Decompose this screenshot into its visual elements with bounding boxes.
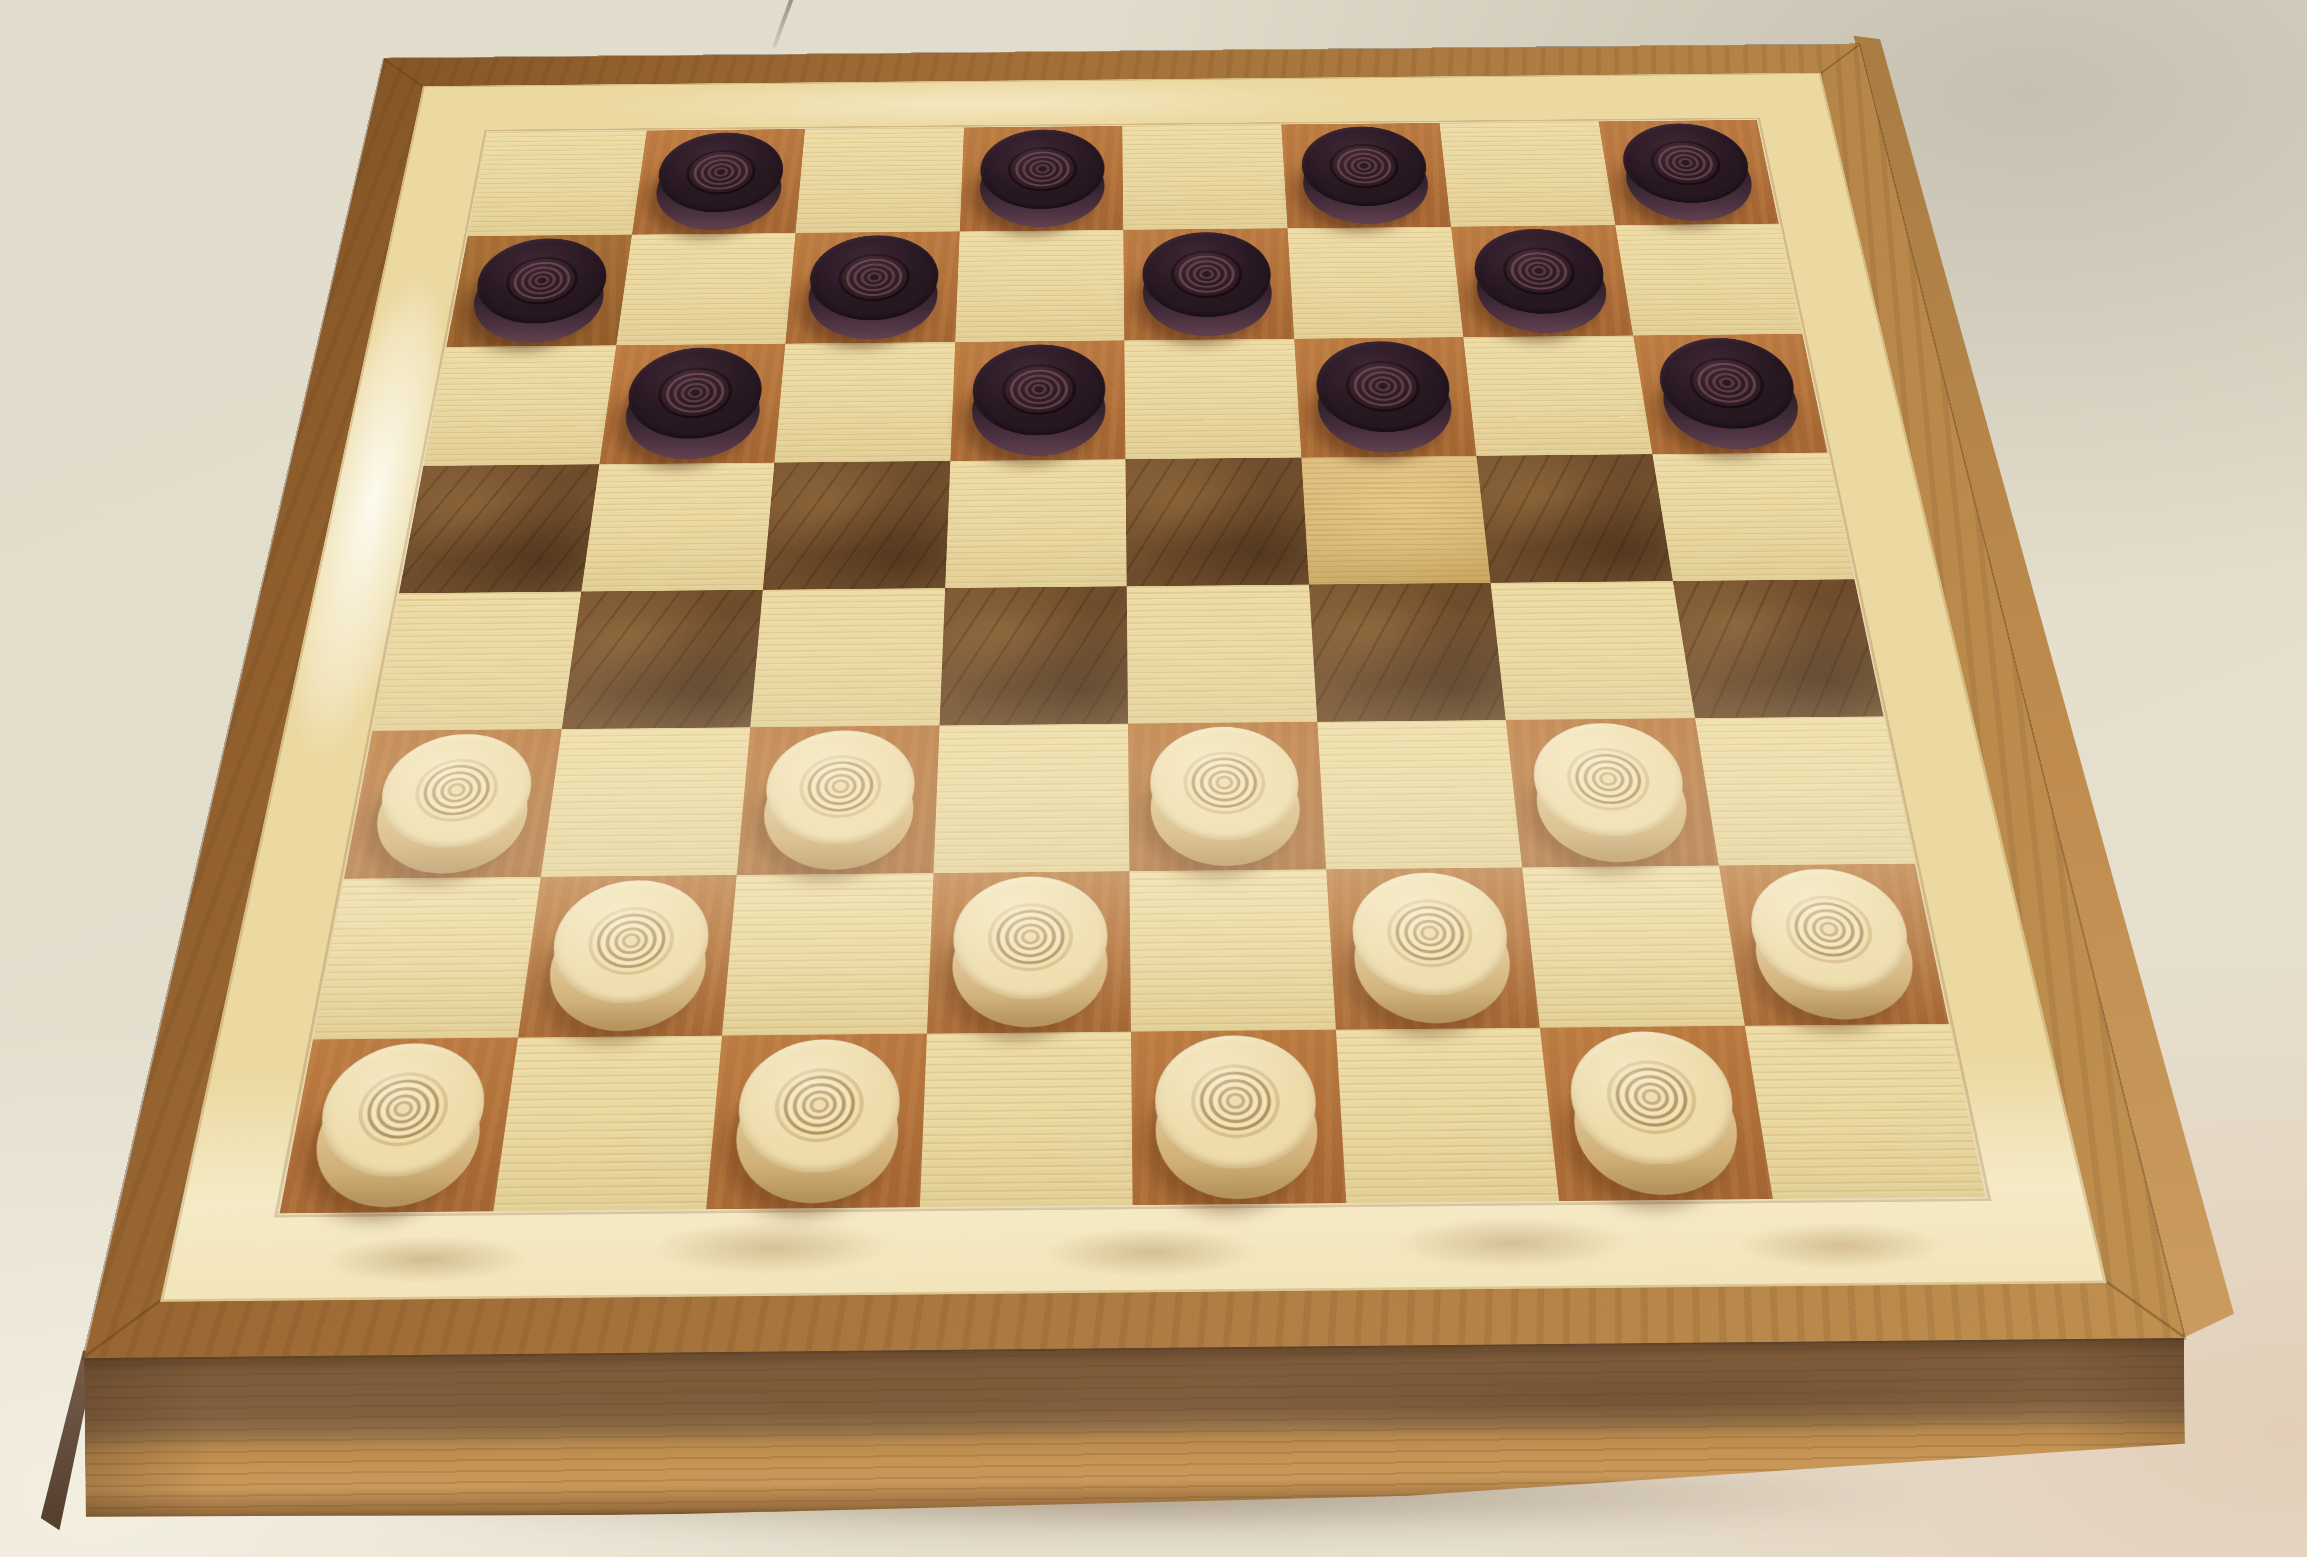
dark-man-square-11[interactable] (1314, 351, 1455, 444)
dark-man-square-3[interactable] (1300, 135, 1431, 216)
light-square-r3c1 (424, 345, 616, 465)
dark-man-square-1[interactable] (652, 141, 785, 222)
dark-square-26[interactable] (927, 871, 1131, 1033)
light-square-r6c8 (1695, 716, 1915, 865)
light-man-square-25[interactable] (544, 893, 713, 1018)
light-man-square-24[interactable] (1529, 734, 1693, 849)
dark-man-square-10[interactable] (971, 354, 1106, 447)
light-square-r5c1 (373, 592, 581, 731)
squares-grid (280, 120, 1986, 1213)
light-square-r4c6 (1301, 456, 1491, 585)
light-square-r3c5 (1124, 339, 1301, 459)
light-man-square-23[interactable] (1150, 738, 1302, 853)
dark-square-5[interactable] (446, 234, 631, 347)
light-square-r8c8 (1744, 1023, 1985, 1199)
dark-man-square-8[interactable] (1471, 237, 1611, 323)
light-square-r4c8 (1652, 452, 1854, 581)
light-man-square-28[interactable] (1744, 882, 1921, 1007)
light-square-r5c5 (1127, 585, 1317, 724)
light-square-r8c6 (1335, 1027, 1559, 1203)
dark-square-25[interactable] (518, 875, 737, 1037)
light-square-r2c6 (1287, 226, 1463, 338)
dark-square-8[interactable] (1451, 225, 1633, 337)
light-square-r8c4 (919, 1031, 1132, 1207)
board-front-face (84, 1334, 2185, 1520)
light-man-square-21[interactable] (370, 745, 537, 860)
dark-man-square-2[interactable] (979, 138, 1105, 219)
dark-square-23[interactable] (1128, 721, 1326, 871)
dark-man-square-12[interactable] (1654, 347, 1804, 439)
dark-square-29[interactable] (280, 1037, 518, 1213)
dark-square-28[interactable] (1718, 864, 1948, 1026)
light-square-r7c7 (1522, 866, 1744, 1028)
dark-square-11[interactable] (1294, 337, 1477, 457)
light-square-r4c2 (581, 462, 775, 591)
light-square-r2c4 (955, 230, 1124, 342)
light-square-r2c8 (1615, 223, 1802, 335)
light-square-r5c7 (1491, 581, 1695, 720)
light-square-r1c7 (1440, 121, 1615, 226)
light-man-square-31[interactable] (1155, 1049, 1320, 1184)
light-man-square-27[interactable] (1350, 885, 1515, 1010)
light-square-r1c1 (468, 131, 647, 236)
light-square-r5c3 (750, 588, 944, 727)
light-man-square-22[interactable] (761, 742, 917, 857)
light-square-r3c3 (774, 342, 954, 462)
dark-man-square-5[interactable] (468, 247, 611, 334)
dark-square-3[interactable] (1281, 123, 1451, 228)
light-square-r7c3 (722, 873, 933, 1035)
light-square-r6c6 (1317, 720, 1522, 870)
dark-man-square-4[interactable] (1618, 132, 1757, 213)
dark-square-2[interactable] (959, 126, 1123, 231)
light-square-r1c5 (1122, 124, 1287, 229)
dark-square-32[interactable] (1540, 1025, 1773, 1201)
light-square-r2c2 (616, 233, 796, 345)
light-square-r8c2 (493, 1035, 722, 1211)
light-square-r6c2 (540, 727, 750, 877)
light-square-r7c1 (313, 877, 540, 1039)
dark-square-13[interactable] (399, 464, 599, 593)
dark-square-7[interactable] (1123, 228, 1294, 340)
light-man-square-32[interactable] (1566, 1045, 1745, 1180)
margin-piece-reflections (263, 1199, 2004, 1299)
light-man-square-30[interactable] (732, 1053, 902, 1188)
light-square-r4c4 (945, 459, 1127, 588)
dark-square-15[interactable] (1125, 457, 1308, 586)
light-square-r3c7 (1463, 336, 1652, 456)
dark-man-square-9[interactable] (621, 357, 764, 450)
light-man-square-26[interactable] (951, 889, 1108, 1014)
dark-square-16[interactable] (1476, 454, 1672, 583)
dark-man-square-7[interactable] (1142, 241, 1273, 327)
dark-square-19[interactable] (1309, 583, 1506, 722)
dark-square-10[interactable] (950, 340, 1125, 460)
dark-square-24[interactable] (1506, 718, 1719, 868)
dark-square-30[interactable] (706, 1033, 926, 1209)
dark-square-31[interactable] (1131, 1029, 1346, 1205)
light-square-r1c3 (796, 128, 964, 233)
dark-square-6[interactable] (785, 231, 959, 343)
light-man-square-29[interactable] (308, 1057, 491, 1193)
light-square-r7c5 (1129, 869, 1335, 1031)
dark-square-1[interactable] (632, 129, 805, 234)
dark-square-27[interactable] (1326, 867, 1540, 1029)
dark-square-22[interactable] (737, 725, 939, 875)
dark-square-9[interactable] (599, 344, 785, 464)
checkers-board (84, 44, 2184, 1358)
dark-square-12[interactable] (1633, 334, 1828, 454)
dark-man-square-6[interactable] (806, 244, 940, 331)
dark-square-14[interactable] (763, 461, 950, 590)
light-square-r6c4 (933, 723, 1129, 873)
photo-canvas: { "game": { "type": "checkers", "variant… (0, 0, 2307, 1557)
dark-square-20[interactable] (1672, 579, 1883, 718)
dark-square-17[interactable] (561, 590, 762, 729)
checkers-board-assembly (0, 0, 2307, 1557)
dark-square-21[interactable] (344, 729, 561, 879)
dark-square-18[interactable] (939, 586, 1128, 725)
dark-square-4[interactable] (1598, 120, 1779, 225)
